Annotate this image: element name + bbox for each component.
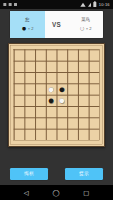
notification-icon <box>14 3 17 6</box>
black-stone-count: × 2 <box>28 26 34 31</box>
black-stone: ● <box>56 83 67 94</box>
players-panel: 您 ● × 2 VS 菜鸟 ● × 2 <box>10 11 103 38</box>
battery-icon <box>93 2 96 7</box>
android-nav-bar: ◁ ◯ ▢ <box>0 185 113 200</box>
player-right-white: 菜鸟 ● × 2 <box>68 11 103 38</box>
hint-button[interactable]: 提示 <box>65 168 103 180</box>
signal-icon <box>88 2 91 6</box>
phone-screen: 10:16 您 ● × 2 VS 菜鸟 ● × 2 <box>0 0 113 200</box>
home-icon[interactable]: ◯ <box>52 189 59 195</box>
black-stone-icon: ● <box>21 24 26 32</box>
back-icon[interactable]: ◁ <box>24 189 29 195</box>
player-left-name: 您 <box>25 17 29 23</box>
white-stone: ● <box>46 83 57 94</box>
notification-icon <box>3 3 6 6</box>
player-left-black: 您 ● × 2 <box>10 11 45 38</box>
vs-label: VS <box>52 21 61 28</box>
game-board[interactable]: ●●●● <box>8 43 105 147</box>
black-stone: ● <box>46 95 57 106</box>
stones-layer: ●●●● <box>13 49 99 140</box>
white-stone-icon: ● <box>79 24 84 32</box>
status-bar: 10:16 <box>0 0 113 9</box>
vs-box: VS <box>45 11 68 38</box>
status-time: 10:16 <box>99 2 110 7</box>
undo-button[interactable]: 悔棋 <box>10 168 48 180</box>
white-stone-count: × 2 <box>86 26 92 31</box>
player-right-name: 菜鸟 <box>81 17 90 23</box>
controls-row: 悔棋 提示 <box>0 168 113 180</box>
notification-icon <box>9 3 12 6</box>
othello-app: 10:16 您 ● × 2 VS 菜鸟 ● × 2 <box>0 0 113 200</box>
wifi-icon <box>80 2 85 6</box>
recents-icon[interactable]: ▢ <box>83 189 89 195</box>
white-stone: ● <box>56 95 67 106</box>
